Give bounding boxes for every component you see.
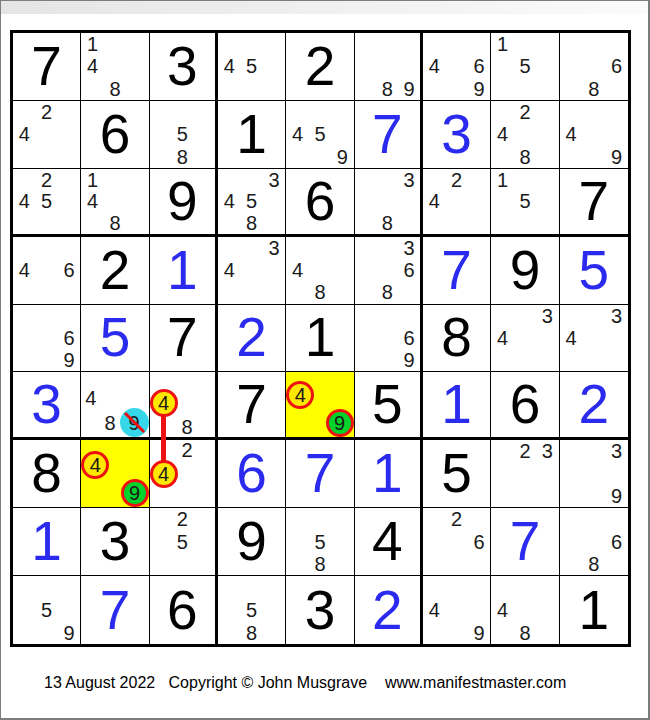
cell-r8c9[interactable]: 68: [560, 508, 628, 576]
pencil-marks: 34: [218, 237, 285, 304]
candidate-3: 3: [536, 440, 558, 462]
candidate-4: 4: [286, 381, 314, 409]
solved-digit: 7: [81, 576, 148, 644]
given-digit: 2: [286, 33, 353, 100]
cell-r9c7[interactable]: 49: [423, 576, 491, 644]
pencil-marks: 34: [560, 305, 628, 372]
solved-digit: 7: [286, 440, 353, 507]
cell-r6c1[interactable]: 3: [13, 372, 81, 440]
cell-r3c2[interactable]: 148: [81, 169, 149, 237]
cell-r7c8[interactable]: 23: [491, 440, 559, 508]
cell-r5c5[interactable]: 1: [286, 305, 354, 373]
cell-r1c7[interactable]: 469: [423, 33, 491, 101]
candidate-4: 4: [560, 123, 583, 145]
cell-r6c6[interactable]: 5: [355, 372, 423, 440]
cell-r2c8[interactable]: 248: [491, 101, 559, 169]
circled-candidate-4: 4: [150, 389, 178, 417]
cell-r6c3[interactable]: 48: [150, 372, 218, 440]
candidate-9: 9: [468, 621, 490, 644]
candidate-6: 6: [398, 259, 420, 281]
candidate-9: 9: [331, 145, 353, 167]
cell-r8c8[interactable]: 7: [491, 508, 559, 576]
cell-r3c1[interactable]: 245: [13, 169, 81, 237]
candidate-8: 8: [514, 145, 536, 167]
candidate-4: 4: [423, 599, 445, 622]
pencil-marks: 148: [81, 169, 148, 234]
cell-r7c3[interactable]: 24: [150, 440, 218, 508]
eliminated-candidate-9: 9: [120, 408, 149, 437]
cell-r2c3[interactable]: 58: [150, 101, 218, 169]
green-circled-candidate-9: 9: [326, 409, 354, 437]
candidate-3: 3: [398, 169, 420, 191]
pencil-marks: 49: [423, 576, 490, 644]
cell-r6c4[interactable]: 7: [218, 372, 286, 440]
given-digit: 7: [150, 305, 215, 372]
cell-r9c3[interactable]: 6: [150, 576, 218, 644]
cell-r8c5[interactable]: 58: [286, 508, 354, 576]
candidate-9: 9: [468, 78, 490, 100]
cell-r7c4[interactable]: 6: [218, 440, 286, 508]
cell-r9c8[interactable]: 48: [491, 576, 559, 644]
cell-r1c4[interactable]: 45: [218, 33, 286, 101]
candidate-8: 8: [178, 417, 197, 437]
candidate-2: 2: [514, 101, 536, 123]
footer-caption: 13 August 2022 Copyright © John Musgrave…: [44, 674, 566, 692]
given-digit: 5: [355, 372, 420, 437]
candidate-8: 8: [240, 212, 262, 234]
solved-digit: 5: [560, 237, 628, 304]
given-digit: 6: [286, 169, 353, 234]
pencil-marks: 58: [150, 101, 215, 168]
cell-r8c3[interactable]: 25: [150, 508, 218, 576]
cell-r9c9[interactable]: 1: [560, 576, 628, 644]
cell-r6c7[interactable]: 1: [423, 372, 491, 440]
cell-r9c2[interactable]: 7: [81, 576, 149, 644]
candidate-6: 6: [468, 531, 490, 553]
candidate-4: 4: [150, 460, 178, 488]
candidate-5: 5: [171, 531, 193, 553]
cell-r7c7[interactable]: 5: [423, 440, 491, 508]
given-digit: 2: [81, 237, 148, 304]
pencil-marks: 459: [286, 101, 353, 168]
candidate-5: 5: [309, 531, 331, 553]
pencil-marks: 69: [13, 305, 80, 372]
candidate-8: 8: [582, 553, 605, 575]
candidate-5: 5: [171, 123, 193, 145]
cell-r2c1[interactable]: 24: [13, 101, 81, 169]
candidate-6: 6: [605, 531, 628, 553]
cell-r5c1[interactable]: 69: [13, 305, 81, 373]
pencil-marks: 46: [13, 237, 80, 304]
cell-r8c6[interactable]: 4: [355, 508, 423, 576]
candidate-9: 9: [326, 409, 354, 437]
candidate-3: 3: [263, 169, 285, 191]
cell-r4c4[interactable]: 34: [218, 237, 286, 305]
pencil-marks: 34: [491, 305, 558, 372]
pencil-marks: 59: [13, 576, 80, 644]
solved-digit: 2: [218, 305, 285, 372]
candidate-3: 3: [605, 440, 628, 462]
cell-r4c5[interactable]: 48: [286, 237, 354, 305]
cell-r6c2[interactable]: 489: [81, 372, 149, 440]
candidate-6: 6: [398, 327, 420, 349]
given-digit: 7: [13, 33, 80, 100]
solved-digit: 3: [423, 101, 490, 168]
pencil-marks: 245: [13, 169, 80, 234]
cell-r8c2[interactable]: 3: [81, 508, 149, 576]
cell-r8c7[interactable]: 26: [423, 508, 491, 576]
candidate-9: 9: [605, 485, 628, 507]
candidate-3: 3: [536, 305, 558, 327]
cell-r4c8[interactable]: 9: [491, 237, 559, 305]
pencil-marks: 45: [218, 33, 285, 100]
solved-digit: 2: [355, 576, 420, 644]
pencil-marks: 69: [355, 305, 420, 372]
given-digit: 6: [81, 101, 148, 168]
cell-r2c7[interactable]: 3: [423, 101, 491, 169]
cell-r5c2[interactable]: 5: [81, 305, 149, 373]
cell-r8c4[interactable]: 9: [218, 508, 286, 576]
cell-r7c9[interactable]: 39: [560, 440, 628, 508]
pencil-marks: 469: [423, 33, 490, 100]
candidate-6: 6: [468, 55, 490, 77]
cell-r2c6[interactable]: 7: [355, 101, 423, 169]
pencil-marks: 368: [355, 237, 420, 304]
solved-digit: 1: [13, 508, 80, 575]
cell-r1c8[interactable]: 15: [491, 33, 559, 101]
pencil-marks: 58: [286, 508, 353, 575]
candidate-9: 9: [121, 479, 149, 507]
given-digit: 5: [423, 440, 490, 507]
pencil-marks: 68: [560, 33, 628, 100]
given-digit: 6: [150, 576, 215, 644]
given-digit: 3: [81, 508, 148, 575]
pencil-marks: 48: [286, 237, 353, 304]
pencil-marks: 68: [560, 508, 628, 575]
candidate-5: 5: [309, 123, 331, 145]
solved-digit: 5: [81, 305, 148, 372]
pencil-marks: 15: [491, 169, 558, 234]
candidate-4: 4: [491, 123, 513, 145]
pencil-marks: 48: [491, 576, 558, 644]
candidate-4: 4: [491, 599, 513, 622]
given-digit: 3: [150, 33, 215, 100]
candidate-8: 8: [376, 78, 398, 100]
cell-r3c6[interactable]: 38: [355, 169, 423, 237]
candidate-5: 5: [35, 190, 57, 212]
circled-candidate-4: 4: [81, 451, 109, 479]
candidate-5: 5: [35, 599, 57, 622]
candidate-4: 4: [218, 259, 240, 281]
candidate-2: 2: [35, 169, 57, 191]
circled-candidate-4: 4: [150, 460, 178, 488]
sudoku-board: 7148345289469156824658145973248492451489…: [10, 30, 631, 647]
given-digit: 6: [491, 372, 558, 437]
candidate-2: 2: [445, 508, 467, 530]
candidate-9: 9: [605, 145, 628, 167]
solved-digit: 7: [355, 101, 420, 168]
cell-r6c8[interactable]: 6: [491, 372, 559, 440]
cell-r5c8[interactable]: 34: [491, 305, 559, 373]
cell-r1c5[interactable]: 2: [286, 33, 354, 101]
pencil-marks: 39: [560, 440, 628, 507]
cell-r4c3[interactable]: 1: [150, 237, 218, 305]
solved-digit: 6: [218, 440, 285, 507]
cell-r1c9[interactable]: 68: [560, 33, 628, 101]
cell-r3c3[interactable]: 9: [150, 169, 218, 237]
cell-r3c7[interactable]: 24: [423, 169, 491, 237]
cell-r3c4[interactable]: 3458: [218, 169, 286, 237]
candidate-4: 4: [13, 259, 35, 281]
cell-r2c5[interactable]: 459: [286, 101, 354, 169]
cell-r5c3[interactable]: 7: [150, 305, 218, 373]
pencil-marks: 25: [150, 508, 215, 575]
pencil-marks: 49: [81, 440, 148, 507]
cell-r4c9[interactable]: 5: [560, 237, 628, 305]
cell-r9c1[interactable]: 59: [13, 576, 81, 644]
candidate-9: 9: [398, 78, 420, 100]
cell-r9c5[interactable]: 3: [286, 576, 354, 644]
solved-digit: 1: [423, 372, 490, 437]
circled-candidate-4: 4: [286, 381, 314, 409]
cell-r3c8[interactable]: 15: [491, 169, 559, 237]
given-digit: 1: [218, 101, 285, 168]
pencil-marks: 49: [560, 101, 628, 168]
pencil-marks: 24: [13, 101, 80, 168]
candidate-2: 2: [178, 440, 197, 460]
candidate-5: 5: [240, 55, 262, 77]
pencil-marks: 148: [81, 33, 148, 100]
solved-digit: 1: [355, 440, 420, 507]
candidate-8: 8: [309, 553, 331, 575]
pencil-marks: 3458: [218, 169, 285, 234]
cell-r7c6[interactable]: 1: [355, 440, 423, 508]
candidate-8: 8: [376, 212, 398, 234]
cell-r4c6[interactable]: 368: [355, 237, 423, 305]
candidate-8: 8: [100, 408, 119, 437]
candidate-9: 9: [58, 621, 80, 644]
candidate-2: 2: [445, 169, 467, 191]
candidate-3: 3: [263, 237, 285, 259]
candidate-5: 5: [240, 599, 262, 622]
candidate-3: 3: [398, 237, 420, 259]
pencil-marks: 489: [81, 372, 148, 437]
cell-r2c4[interactable]: 1: [218, 101, 286, 169]
given-digit: 9: [150, 169, 215, 234]
solved-digit: 2: [560, 372, 628, 437]
candidate-3: 3: [605, 305, 628, 327]
candidate-1: 1: [491, 33, 513, 55]
candidate-2: 2: [514, 440, 536, 462]
candidate-6: 6: [58, 259, 80, 281]
given-digit: 8: [423, 305, 490, 372]
candidate-4: 4: [286, 259, 308, 281]
candidate-5: 5: [240, 190, 262, 212]
candidate-6: 6: [605, 55, 628, 77]
candidate-9: 9: [120, 408, 149, 437]
candidate-4: 4: [13, 190, 35, 212]
candidate-8: 8: [376, 281, 398, 303]
given-digit: 4: [355, 508, 420, 575]
cell-r4c1[interactable]: 46: [13, 237, 81, 305]
candidate-4: 4: [286, 123, 308, 145]
candidate-4: 4: [491, 327, 513, 349]
candidate-8: 8: [104, 212, 126, 234]
cell-r5c7[interactable]: 8: [423, 305, 491, 373]
cell-r4c7[interactable]: 7: [423, 237, 491, 305]
cell-r2c9[interactable]: 49: [560, 101, 628, 169]
candidate-8: 8: [309, 281, 331, 303]
given-digit: 7: [218, 372, 285, 437]
candidate-4: 4: [81, 388, 100, 408]
pencil-marks: 58: [218, 576, 285, 644]
cell-r6c5[interactable]: 49: [286, 372, 354, 440]
candidate-5: 5: [514, 190, 536, 212]
pencil-marks: 89: [355, 33, 420, 100]
pencil-marks: 49: [286, 372, 353, 437]
cell-r8c1[interactable]: 1: [13, 508, 81, 576]
candidate-8: 8: [240, 621, 262, 644]
candidate-4: 4: [81, 451, 109, 479]
candidate-4: 4: [81, 190, 103, 212]
cell-r1c1[interactable]: 7: [13, 33, 81, 101]
cell-r1c2[interactable]: 148: [81, 33, 149, 101]
cell-r9c6[interactable]: 2: [355, 576, 423, 644]
candidate-4: 4: [560, 327, 583, 349]
cell-r3c5[interactable]: 6: [286, 169, 354, 237]
candidate-4: 4: [218, 55, 240, 77]
candidate-8: 8: [582, 78, 605, 100]
candidate-4: 4: [150, 389, 178, 417]
candidate-8: 8: [171, 145, 193, 167]
pencil-marks: 15: [491, 33, 558, 100]
candidate-4: 4: [13, 123, 35, 145]
cell-r7c1[interactable]: 8: [13, 440, 81, 508]
candidate-6: 6: [58, 327, 80, 349]
given-digit: 9: [218, 508, 285, 575]
cell-r5c9[interactable]: 34: [560, 305, 628, 373]
given-digit: 8: [13, 440, 80, 507]
cell-r1c3[interactable]: 3: [150, 33, 218, 101]
pencil-marks: 24: [150, 440, 215, 507]
cell-r4c2[interactable]: 2: [81, 237, 149, 305]
titlebar-strip: [1, 1, 648, 14]
candidate-5: 5: [514, 55, 536, 77]
given-digit: 7: [560, 169, 628, 234]
solved-digit: 3: [13, 372, 80, 437]
cell-r9c4[interactable]: 58: [218, 576, 286, 644]
given-digit: 3: [286, 576, 353, 644]
pencil-marks: 24: [423, 169, 490, 234]
candidate-4: 4: [218, 190, 240, 212]
solved-digit: 7: [491, 508, 558, 575]
solved-digit: 1: [150, 237, 215, 304]
candidate-8: 8: [104, 78, 126, 100]
pencil-marks: 26: [423, 508, 490, 575]
cell-r6c9[interactable]: 2: [560, 372, 628, 440]
pencil-marks: 248: [491, 101, 558, 168]
cell-r5c6[interactable]: 69: [355, 305, 423, 373]
candidate-4: 4: [81, 55, 103, 77]
cell-r2c2[interactable]: 6: [81, 101, 149, 169]
cell-r7c5[interactable]: 7: [286, 440, 354, 508]
candidate-8: 8: [514, 621, 536, 644]
candidate-1: 1: [491, 169, 513, 191]
candidate-1: 1: [81, 33, 103, 55]
candidate-9: 9: [398, 349, 420, 371]
cell-r3c9[interactable]: 7: [560, 169, 628, 237]
solved-digit: 7: [423, 237, 490, 304]
pencil-marks: 38: [355, 169, 420, 234]
cell-r7c2[interactable]: 49: [81, 440, 149, 508]
candidate-1: 1: [81, 169, 103, 191]
given-digit: 1: [286, 305, 353, 372]
pencil-marks: 48: [150, 372, 215, 437]
cell-r1c6[interactable]: 89: [355, 33, 423, 101]
cell-r5c4[interactable]: 2: [218, 305, 286, 373]
candidate-2: 2: [35, 101, 57, 123]
given-digit: 9: [491, 237, 558, 304]
candidate-4: 4: [423, 190, 445, 212]
green-circled-candidate-9: 9: [121, 479, 149, 507]
candidate-9: 9: [58, 349, 80, 371]
candidate-2: 2: [171, 508, 193, 530]
candidate-4: 4: [423, 55, 445, 77]
pencil-marks: 23: [491, 440, 558, 507]
given-digit: 1: [560, 576, 628, 644]
